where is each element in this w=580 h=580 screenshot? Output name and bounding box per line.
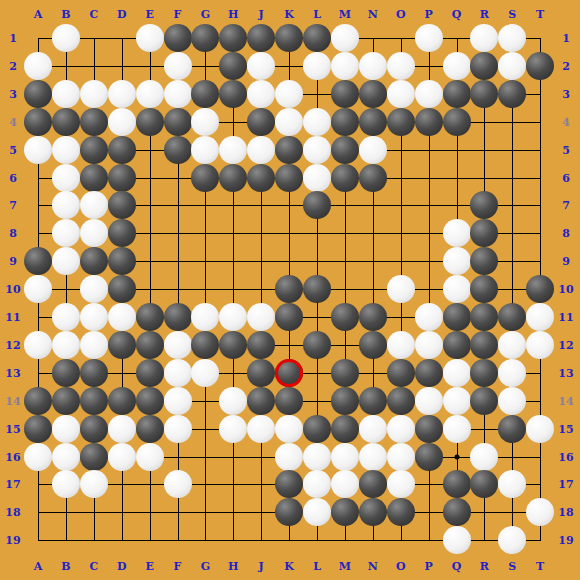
column-label: E: [145, 561, 153, 572]
stone-white: [80, 331, 108, 359]
stone-white: [387, 415, 415, 443]
stone-white: [164, 359, 192, 387]
stone-black: [443, 108, 471, 136]
stone-white: [470, 24, 498, 52]
stone-white: [219, 387, 247, 415]
column-label: F: [174, 561, 182, 572]
stone-black: [470, 80, 498, 108]
stone-white: [498, 331, 526, 359]
stone-black: [303, 24, 331, 52]
stone-black: [331, 303, 359, 331]
stone-white: [52, 136, 80, 164]
column-label: M: [339, 9, 351, 20]
stone-white: [443, 526, 471, 554]
stone-black: [359, 80, 387, 108]
row-label: 5: [562, 144, 570, 155]
row-label: 8: [9, 228, 17, 239]
stone-black: [52, 359, 80, 387]
row-label: 3: [9, 88, 17, 99]
stone-white: [80, 219, 108, 247]
stone-black: [359, 470, 387, 498]
stone-black: [331, 164, 359, 192]
stone-black: [164, 136, 192, 164]
stone-black: [526, 275, 554, 303]
stone-black: [80, 415, 108, 443]
stone-white: [164, 80, 192, 108]
stone-black: [526, 52, 554, 80]
stone-white: [303, 52, 331, 80]
stone-white: [443, 359, 471, 387]
stone-white: [24, 331, 52, 359]
stone-white: [52, 247, 80, 275]
stone-white: [52, 191, 80, 219]
stone-black: [108, 331, 136, 359]
column-label: C: [89, 561, 98, 572]
column-label: J: [259, 9, 264, 20]
stone-white: [80, 191, 108, 219]
column-label: S: [508, 9, 516, 20]
stone-black: [275, 164, 303, 192]
column-label: P: [424, 561, 432, 572]
column-label: L: [313, 561, 321, 572]
column-label: Q: [452, 9, 462, 20]
stone-black: [52, 108, 80, 136]
stone-white: [80, 275, 108, 303]
row-label: 16: [5, 451, 20, 462]
stone-black: [470, 470, 498, 498]
star-point: [454, 454, 459, 459]
stone-white: [164, 387, 192, 415]
stone-white: [498, 470, 526, 498]
stone-black: [136, 108, 164, 136]
row-label: 6: [9, 172, 17, 183]
stone-black: [164, 303, 192, 331]
stone-black: [80, 164, 108, 192]
row-label: 2: [9, 60, 17, 71]
stone-black: [219, 164, 247, 192]
stone-black: [247, 108, 275, 136]
stone-black: [247, 387, 275, 415]
stone-black: [470, 52, 498, 80]
stone-white: [443, 387, 471, 415]
column-label: M: [339, 561, 351, 572]
stone-white: [52, 219, 80, 247]
stone-black: [387, 387, 415, 415]
stone-white: [136, 24, 164, 52]
row-label: 13: [5, 367, 20, 378]
column-label: S: [508, 561, 516, 572]
column-label: R: [480, 561, 489, 572]
stone-white: [24, 136, 52, 164]
stone-white: [359, 52, 387, 80]
stone-white: [52, 443, 80, 471]
row-label: 1: [562, 33, 570, 44]
row-label: 14: [558, 395, 573, 406]
stone-black: [136, 331, 164, 359]
stone-white: [526, 303, 554, 331]
column-label: B: [61, 561, 70, 572]
stone-white: [275, 443, 303, 471]
stone-black: [164, 108, 192, 136]
stone-white: [247, 136, 275, 164]
stone-black: [275, 275, 303, 303]
stone-white: [387, 80, 415, 108]
stone-black: [108, 136, 136, 164]
row-label: 4: [562, 116, 570, 127]
row-label: 4: [9, 116, 17, 127]
column-label: F: [174, 9, 182, 20]
stone-white: [191, 136, 219, 164]
stone-white: [191, 108, 219, 136]
stone-white: [108, 415, 136, 443]
stone-white: [52, 470, 80, 498]
stone-black: [415, 359, 443, 387]
stone-black: [470, 191, 498, 219]
column-label: D: [117, 9, 127, 20]
stone-white: [275, 415, 303, 443]
stone-white: [275, 80, 303, 108]
stone-black: [415, 443, 443, 471]
stone-white: [24, 275, 52, 303]
row-label: 3: [562, 88, 570, 99]
stone-white: [415, 80, 443, 108]
row-label: 16: [558, 451, 573, 462]
stone-black: [80, 359, 108, 387]
row-label: 9: [9, 256, 17, 267]
column-label: O: [396, 561, 406, 572]
stone-white: [443, 247, 471, 275]
stone-white: [387, 443, 415, 471]
stone-black: [219, 52, 247, 80]
stone-white: [387, 470, 415, 498]
stone-white: [219, 136, 247, 164]
stone-white: [415, 24, 443, 52]
stone-black: [331, 387, 359, 415]
stone-white: [303, 164, 331, 192]
stone-black: [331, 136, 359, 164]
stone-white: [526, 498, 554, 526]
column-label: N: [368, 9, 378, 20]
stone-white: [52, 164, 80, 192]
stone-white: [359, 415, 387, 443]
column-label: P: [424, 9, 432, 20]
column-label: J: [259, 561, 264, 572]
stone-white: [359, 443, 387, 471]
stone-white: [164, 52, 192, 80]
last-move-marker: [275, 359, 303, 387]
stone-white: [219, 415, 247, 443]
stone-black: [108, 275, 136, 303]
stone-black: [80, 136, 108, 164]
stone-black: [303, 191, 331, 219]
stone-black: [331, 359, 359, 387]
row-label: 12: [558, 339, 573, 350]
stone-white: [108, 108, 136, 136]
row-label: 15: [558, 423, 573, 434]
column-label: L: [313, 9, 321, 20]
stone-white: [498, 24, 526, 52]
stone-white: [136, 443, 164, 471]
column-label: K: [284, 561, 294, 572]
stone-black: [303, 331, 331, 359]
stone-black: [108, 164, 136, 192]
row-label: 2: [562, 60, 570, 71]
stone-white: [331, 443, 359, 471]
stone-white: [498, 387, 526, 415]
go-board[interactable]: AABBCCDDEEFFGGHHJJKKLLMMNNOOPPQQRRSSTT11…: [0, 0, 580, 580]
stone-black: [443, 470, 471, 498]
row-label: 18: [5, 507, 20, 518]
stone-black: [275, 136, 303, 164]
stone-black: [470, 275, 498, 303]
grid-line-vertical: [512, 38, 513, 541]
stone-black: [24, 108, 52, 136]
stone-black: [108, 387, 136, 415]
stone-black: [498, 303, 526, 331]
row-label: 7: [9, 200, 17, 211]
stone-white: [247, 303, 275, 331]
stone-white: [303, 498, 331, 526]
stone-black: [24, 415, 52, 443]
stone-white: [275, 108, 303, 136]
stone-black: [247, 331, 275, 359]
stone-white: [24, 443, 52, 471]
column-label: H: [228, 561, 238, 572]
stone-white: [498, 359, 526, 387]
column-label: H: [228, 9, 238, 20]
stone-black: [498, 415, 526, 443]
stone-black: [275, 470, 303, 498]
stone-black: [359, 387, 387, 415]
stone-black: [191, 164, 219, 192]
stone-white: [387, 52, 415, 80]
stone-black: [136, 303, 164, 331]
row-label: 10: [558, 284, 573, 295]
stone-white: [108, 80, 136, 108]
stone-black: [359, 108, 387, 136]
row-label: 19: [5, 535, 20, 546]
stone-black: [303, 415, 331, 443]
stone-white: [164, 470, 192, 498]
stone-black: [470, 303, 498, 331]
stone-white: [247, 415, 275, 443]
stone-black: [415, 415, 443, 443]
stone-white: [80, 303, 108, 331]
stone-black: [24, 80, 52, 108]
stone-black: [219, 331, 247, 359]
stone-white: [526, 415, 554, 443]
stone-black: [470, 247, 498, 275]
stone-black: [275, 498, 303, 526]
stone-black: [219, 80, 247, 108]
stone-black: [136, 359, 164, 387]
stone-white: [247, 52, 275, 80]
stone-black: [247, 359, 275, 387]
stone-white: [164, 415, 192, 443]
stone-black: [359, 498, 387, 526]
column-label: T: [536, 561, 544, 572]
stone-white: [443, 219, 471, 247]
stone-white: [331, 24, 359, 52]
stone-white: [52, 303, 80, 331]
row-label: 5: [9, 144, 17, 155]
stone-black: [275, 387, 303, 415]
stone-black: [331, 415, 359, 443]
stone-black: [247, 24, 275, 52]
stone-white: [470, 443, 498, 471]
column-label: Q: [452, 561, 462, 572]
stone-black: [470, 219, 498, 247]
stone-black: [80, 108, 108, 136]
stone-white: [443, 275, 471, 303]
stone-black: [331, 108, 359, 136]
stone-white: [52, 331, 80, 359]
stone-white: [387, 275, 415, 303]
row-label: 15: [5, 423, 20, 434]
row-label: 8: [562, 228, 570, 239]
stone-white: [247, 80, 275, 108]
row-label: 9: [562, 256, 570, 267]
stone-black: [275, 24, 303, 52]
stone-black: [387, 359, 415, 387]
stone-black: [191, 80, 219, 108]
stone-white: [164, 331, 192, 359]
stone-black: [108, 247, 136, 275]
column-label: E: [145, 9, 153, 20]
stone-black: [24, 247, 52, 275]
stone-white: [526, 331, 554, 359]
stone-white: [415, 331, 443, 359]
stone-black: [108, 219, 136, 247]
stone-white: [191, 303, 219, 331]
column-label: B: [61, 9, 70, 20]
stone-black: [136, 387, 164, 415]
stone-black: [303, 275, 331, 303]
stone-black: [443, 80, 471, 108]
stone-white: [331, 52, 359, 80]
go-app: AABBCCDDEEFFGGHHJJKKLLMMNNOOPPQQRRSSTT11…: [0, 0, 580, 580]
column-label: D: [117, 561, 127, 572]
stone-black: [331, 498, 359, 526]
row-label: 18: [558, 507, 573, 518]
stone-black: [191, 331, 219, 359]
stone-black: [470, 331, 498, 359]
stone-white: [191, 359, 219, 387]
column-label: G: [201, 9, 210, 20]
stone-black: [219, 24, 247, 52]
row-label: 12: [5, 339, 20, 350]
stone-white: [415, 303, 443, 331]
stone-black: [80, 443, 108, 471]
stone-black: [387, 498, 415, 526]
row-label: 11: [5, 312, 20, 323]
stone-black: [80, 387, 108, 415]
stone-white: [443, 415, 471, 443]
stone-white: [219, 303, 247, 331]
stone-white: [80, 470, 108, 498]
stone-white: [52, 415, 80, 443]
stone-white: [415, 387, 443, 415]
column-label: K: [284, 9, 294, 20]
row-label: 19: [558, 535, 573, 546]
stone-black: [498, 80, 526, 108]
row-label: 17: [5, 479, 20, 490]
row-label: 11: [558, 312, 573, 323]
stone-black: [108, 191, 136, 219]
column-label: N: [368, 561, 378, 572]
stone-white: [498, 52, 526, 80]
stone-white: [303, 443, 331, 471]
row-label: 17: [558, 479, 573, 490]
stone-black: [52, 387, 80, 415]
stone-black: [164, 24, 192, 52]
stone-black: [443, 331, 471, 359]
column-label: C: [89, 9, 98, 20]
column-label: O: [396, 9, 406, 20]
stone-black: [191, 24, 219, 52]
stone-black: [24, 387, 52, 415]
stone-white: [303, 136, 331, 164]
stone-black: [275, 303, 303, 331]
stone-black: [470, 359, 498, 387]
row-label: 14: [5, 395, 20, 406]
row-label: 6: [562, 172, 570, 183]
stone-black: [470, 387, 498, 415]
stone-white: [331, 470, 359, 498]
column-label: G: [201, 561, 210, 572]
stone-white: [498, 526, 526, 554]
stone-black: [443, 498, 471, 526]
column-label: A: [34, 561, 43, 572]
stone-black: [331, 80, 359, 108]
stone-white: [387, 331, 415, 359]
stone-black: [443, 303, 471, 331]
stone-white: [108, 303, 136, 331]
stone-black: [387, 108, 415, 136]
stone-white: [52, 24, 80, 52]
stone-white: [359, 136, 387, 164]
stone-white: [108, 443, 136, 471]
column-label: T: [536, 9, 544, 20]
row-label: 10: [5, 284, 20, 295]
stone-white: [303, 108, 331, 136]
stone-black: [136, 415, 164, 443]
stone-white: [24, 52, 52, 80]
column-label: A: [34, 9, 43, 20]
column-label: R: [480, 9, 489, 20]
row-label: 7: [562, 200, 570, 211]
stone-black: [415, 108, 443, 136]
stone-black: [247, 164, 275, 192]
row-label: 1: [9, 33, 17, 44]
stone-white: [136, 80, 164, 108]
stone-black: [359, 164, 387, 192]
stone-white: [303, 470, 331, 498]
stone-black: [359, 303, 387, 331]
stone-black: [80, 247, 108, 275]
stone-black: [359, 331, 387, 359]
row-label: 13: [558, 367, 573, 378]
stone-black: [275, 359, 303, 387]
stone-white: [443, 52, 471, 80]
stone-white: [80, 80, 108, 108]
stone-white: [52, 80, 80, 108]
